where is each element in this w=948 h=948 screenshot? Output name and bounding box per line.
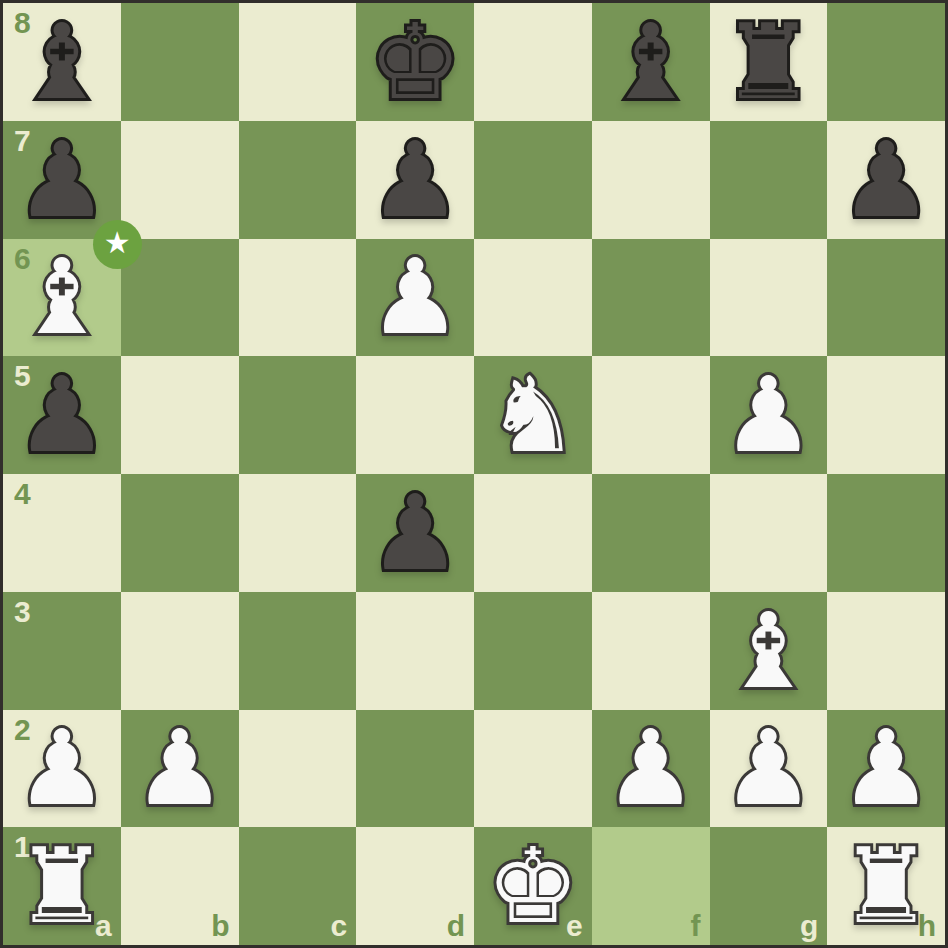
file-label-b: b <box>211 911 229 941</box>
square-b3[interactable] <box>121 592 239 710</box>
square-f3[interactable] <box>592 592 710 710</box>
piece-black-pawn-h7[interactable]: ♟ <box>827 121 945 239</box>
square-g3[interactable]: ♝ <box>710 592 828 710</box>
square-g6[interactable] <box>710 239 828 357</box>
square-c6[interactable] <box>239 239 357 357</box>
square-a8[interactable]: 8♝ <box>3 3 121 121</box>
square-a3[interactable]: 3 <box>3 592 121 710</box>
square-d4[interactable]: ♟ <box>356 474 474 592</box>
square-h6[interactable] <box>827 239 945 357</box>
square-g5[interactable]: ♟ <box>710 356 828 474</box>
piece-white-rook-h1[interactable]: ♜ <box>827 827 945 945</box>
piece-white-pawn-b2[interactable]: ♟ <box>121 710 239 828</box>
square-e6[interactable] <box>474 239 592 357</box>
square-g2[interactable]: ♟ <box>710 710 828 828</box>
square-a4[interactable]: 4 <box>3 474 121 592</box>
square-f2[interactable]: ♟ <box>592 710 710 828</box>
square-h8[interactable] <box>827 3 945 121</box>
square-d1[interactable]: d <box>356 827 474 945</box>
square-f5[interactable] <box>592 356 710 474</box>
square-b4[interactable] <box>121 474 239 592</box>
square-c7[interactable] <box>239 121 357 239</box>
piece-black-pawn-d7[interactable]: ♟ <box>356 121 474 239</box>
square-d6[interactable]: ♟ <box>356 239 474 357</box>
chess-board: 8♝♚♝♜7♟♟♟6♝★♟5♟♞♟4♟3♝2♟♟♟♟♟1a♜bcde♚fgh♜ <box>3 3 945 945</box>
square-b1[interactable]: b <box>121 827 239 945</box>
square-f4[interactable] <box>592 474 710 592</box>
square-c8[interactable] <box>239 3 357 121</box>
square-h1[interactable]: h♜ <box>827 827 945 945</box>
square-h4[interactable] <box>827 474 945 592</box>
square-e4[interactable] <box>474 474 592 592</box>
square-b2[interactable]: ♟ <box>121 710 239 828</box>
square-a5[interactable]: 5♟ <box>3 356 121 474</box>
square-d2[interactable] <box>356 710 474 828</box>
piece-white-pawn-g2[interactable]: ♟ <box>710 710 828 828</box>
piece-white-pawn-d6[interactable]: ♟ <box>356 239 474 357</box>
piece-white-pawn-h2[interactable]: ♟ <box>827 710 945 828</box>
piece-white-king-e1[interactable]: ♚ <box>474 827 592 945</box>
piece-white-knight-e5[interactable]: ♞ <box>474 356 592 474</box>
piece-black-bishop-a8[interactable]: ♝ <box>3 3 121 121</box>
piece-black-rook-g8[interactable]: ♜ <box>710 3 828 121</box>
square-c2[interactable] <box>239 710 357 828</box>
square-a7[interactable]: 7♟ <box>3 121 121 239</box>
square-g1[interactable]: g <box>710 827 828 945</box>
square-b8[interactable] <box>121 3 239 121</box>
piece-white-bishop-g3[interactable]: ♝ <box>710 592 828 710</box>
star-icon: ★ <box>104 228 131 258</box>
square-d7[interactable]: ♟ <box>356 121 474 239</box>
piece-black-pawn-a7[interactable]: ♟ <box>3 121 121 239</box>
square-e1[interactable]: e♚ <box>474 827 592 945</box>
rank-label-3: 3 <box>14 597 31 627</box>
square-f7[interactable] <box>592 121 710 239</box>
square-d5[interactable] <box>356 356 474 474</box>
piece-white-rook-a1[interactable]: ♜ <box>3 827 121 945</box>
square-g8[interactable]: ♜ <box>710 3 828 121</box>
piece-black-king-d8[interactable]: ♚ <box>356 3 474 121</box>
square-h3[interactable] <box>827 592 945 710</box>
square-g7[interactable] <box>710 121 828 239</box>
square-c5[interactable] <box>239 356 357 474</box>
file-label-f: f <box>691 911 701 941</box>
square-h5[interactable] <box>827 356 945 474</box>
file-label-d: d <box>447 911 465 941</box>
square-f8[interactable]: ♝ <box>592 3 710 121</box>
square-b7[interactable] <box>121 121 239 239</box>
square-h7[interactable]: ♟ <box>827 121 945 239</box>
square-e3[interactable] <box>474 592 592 710</box>
square-a6[interactable]: 6♝★ <box>3 239 121 357</box>
square-c4[interactable] <box>239 474 357 592</box>
square-b5[interactable] <box>121 356 239 474</box>
piece-white-pawn-g5[interactable]: ♟ <box>710 356 828 474</box>
square-a1[interactable]: 1a♜ <box>3 827 121 945</box>
square-a2[interactable]: 2♟ <box>3 710 121 828</box>
square-c1[interactable]: c <box>239 827 357 945</box>
file-label-g: g <box>800 911 818 941</box>
square-d3[interactable] <box>356 592 474 710</box>
square-e5[interactable]: ♞ <box>474 356 592 474</box>
square-g4[interactable] <box>710 474 828 592</box>
piece-black-pawn-d4[interactable]: ♟ <box>356 474 474 592</box>
piece-black-bishop-f8[interactable]: ♝ <box>592 3 710 121</box>
square-e7[interactable] <box>474 121 592 239</box>
rank-label-4: 4 <box>14 479 31 509</box>
square-c3[interactable] <box>239 592 357 710</box>
piece-black-pawn-a5[interactable]: ♟ <box>3 356 121 474</box>
square-f1[interactable]: f <box>592 827 710 945</box>
square-d8[interactable]: ♚ <box>356 3 474 121</box>
file-label-c: c <box>331 911 348 941</box>
piece-white-pawn-a2[interactable]: ♟ <box>3 710 121 828</box>
square-e8[interactable] <box>474 3 592 121</box>
square-f6[interactable] <box>592 239 710 357</box>
piece-white-pawn-f2[interactable]: ♟ <box>592 710 710 828</box>
square-e2[interactable] <box>474 710 592 828</box>
best-move-star-badge: ★ <box>93 220 142 269</box>
square-h2[interactable]: ♟ <box>827 710 945 828</box>
